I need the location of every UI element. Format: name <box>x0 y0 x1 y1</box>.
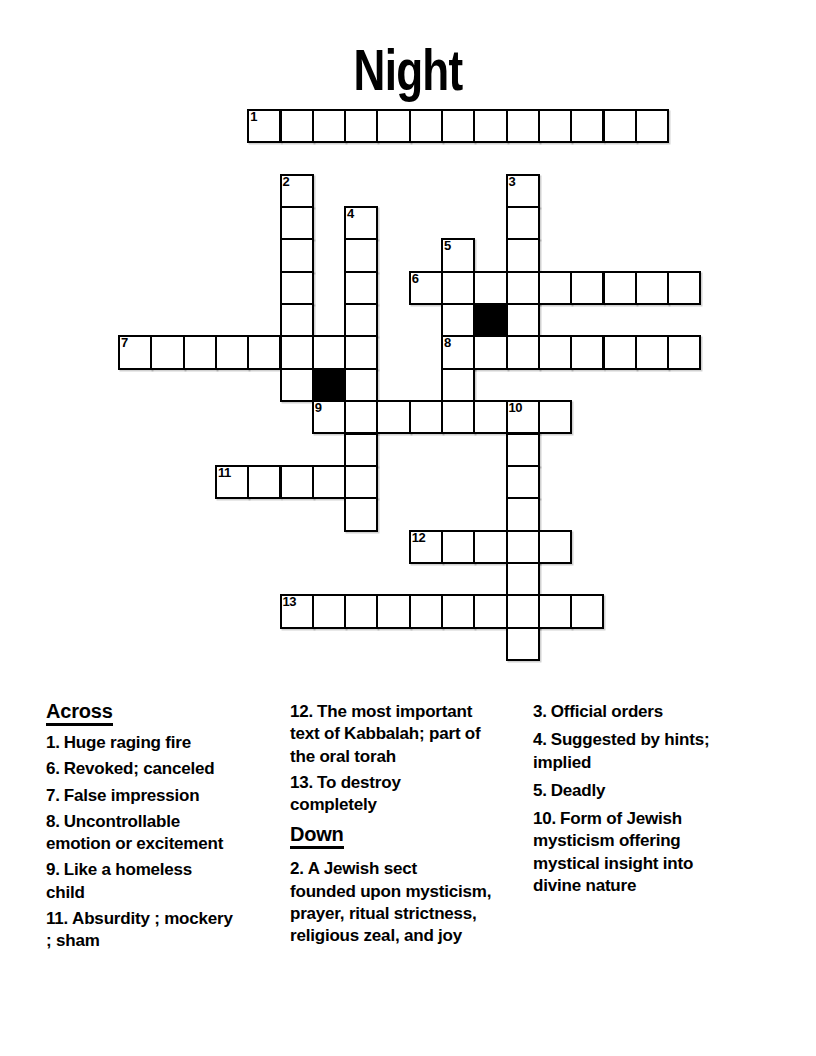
grid-cell[interactable] <box>635 335 669 369</box>
clue-across-9: 9.Like a homeless child <box>46 859 278 904</box>
grid-cell[interactable] <box>570 335 604 369</box>
grid-cell[interactable] <box>603 271 637 305</box>
grid-cell[interactable]: 6 <box>409 271 443 305</box>
clue-down-4: 4.Suggested by hints; implied <box>533 729 755 774</box>
grid-cell[interactable] <box>538 271 572 305</box>
grid-cell[interactable] <box>344 497 378 531</box>
across-heading: Across <box>46 701 113 726</box>
grid-cell[interactable] <box>667 271 701 305</box>
grid-cell[interactable]: 1 <box>247 109 281 143</box>
clue-number: 5. <box>533 781 551 800</box>
grid-cell[interactable] <box>344 109 378 143</box>
clue-text: False impression <box>64 786 200 805</box>
grid-cell[interactable] <box>280 303 314 337</box>
grid-cell[interactable] <box>441 109 475 143</box>
clue-text: Revoked; canceled <box>64 759 215 778</box>
cell-number: 6 <box>412 272 419 286</box>
cell-number: 2 <box>283 175 290 189</box>
grid-cell[interactable] <box>506 271 540 305</box>
grid-cell[interactable] <box>280 271 314 305</box>
grid-cell[interactable] <box>280 238 314 272</box>
grid-cell[interactable] <box>376 594 410 628</box>
grid-cell[interactable] <box>344 465 378 499</box>
clue-across-6: 6.Revoked; canceled <box>46 758 278 780</box>
grid-cell[interactable] <box>150 335 184 369</box>
grid-cell[interactable]: 7 <box>118 335 152 369</box>
clue-across-12: 12.The most important text of Kabbalah; … <box>290 701 536 768</box>
cell-number: 1 <box>250 110 257 124</box>
grid-cell[interactable] <box>280 465 314 499</box>
grid-cell[interactable] <box>247 465 281 499</box>
grid-cell[interactable] <box>409 400 443 434</box>
cell-number: 4 <box>347 207 354 221</box>
grid-cell[interactable] <box>344 400 378 434</box>
clue-number: 1. <box>46 733 64 752</box>
grid-cell[interactable] <box>441 400 475 434</box>
cell-number: 10 <box>509 401 522 415</box>
clue-text: Deadly <box>551 781 606 800</box>
grid-cell[interactable] <box>280 206 314 240</box>
cell-number: 13 <box>283 595 296 609</box>
grid-cell[interactable] <box>376 109 410 143</box>
grid-cell[interactable] <box>473 530 507 564</box>
grid-cell[interactable] <box>506 433 540 467</box>
grid-cell[interactable] <box>280 335 314 369</box>
grid-cell[interactable] <box>667 335 701 369</box>
grid-cell[interactable] <box>506 206 540 240</box>
grid-cell[interactable]: 13 <box>280 594 314 628</box>
grid-cell[interactable] <box>538 594 572 628</box>
clue-number: 13. <box>290 773 317 792</box>
grid-cell[interactable] <box>247 335 281 369</box>
grid-cell[interactable] <box>506 497 540 531</box>
clue-text: Like a homeless child <box>46 860 192 901</box>
grid-cell[interactable] <box>441 368 475 402</box>
clue-number: 8. <box>46 812 64 831</box>
grid-cell[interactable] <box>506 627 540 661</box>
grid-cell[interactable]: 3 <box>506 174 540 208</box>
grid-cell[interactable] <box>409 594 443 628</box>
puzzle-title: Night <box>98 41 718 99</box>
grid-cell[interactable] <box>635 109 669 143</box>
grid-cell[interactable] <box>506 562 540 596</box>
grid-cell[interactable]: 11 <box>215 465 249 499</box>
grid-cell[interactable] <box>344 238 378 272</box>
clue-text: Huge raging fire <box>64 733 191 752</box>
grid-cell[interactable]: 12 <box>409 530 443 564</box>
clue-text: Absurdity ; mockery ; sham <box>46 909 233 950</box>
clue-column-3: 3.Official orders 4.Suggested by hints; … <box>533 701 755 903</box>
grid-cell[interactable] <box>538 109 572 143</box>
grid-cell[interactable] <box>344 594 378 628</box>
grid-cell[interactable] <box>506 303 540 337</box>
grid-cell[interactable] <box>603 109 637 143</box>
clue-number: 9. <box>46 860 64 879</box>
clue-column-1: Across 1.Huge raging fire 6.Revoked; can… <box>46 701 278 957</box>
grid-cell[interactable] <box>441 303 475 337</box>
clue-down-2: 2.A Jewish sect founded upon mysticism, … <box>290 858 536 947</box>
grid-cell[interactable] <box>344 303 378 337</box>
grid-cell[interactable] <box>312 335 346 369</box>
grid-cell[interactable]: 10 <box>506 400 540 434</box>
clue-across-8: 8.Uncontrollable emotion or excitement <box>46 811 278 856</box>
grid-cell[interactable] <box>312 594 346 628</box>
grid-cell[interactable] <box>280 109 314 143</box>
cell-number: 7 <box>121 336 128 350</box>
grid-cell[interactable] <box>570 109 604 143</box>
grid-cell[interactable] <box>441 594 475 628</box>
grid-cell[interactable]: 5 <box>441 238 475 272</box>
grid-cell[interactable] <box>538 335 572 369</box>
grid-cell[interactable]: 4 <box>344 206 378 240</box>
clue-across-11: 11.Absurdity ; mockery ; sham <box>46 908 278 953</box>
grid-cell[interactable] <box>344 368 378 402</box>
grid-cell[interactable] <box>570 594 604 628</box>
clue-number: 4. <box>533 730 551 749</box>
cell-number: 5 <box>444 239 451 253</box>
grid-cell[interactable] <box>506 109 540 143</box>
grid-cell[interactable] <box>473 400 507 434</box>
clue-text: The most important text of Kabbalah; par… <box>290 702 481 766</box>
grid-cell[interactable] <box>280 368 314 402</box>
grid-cell[interactable] <box>215 335 249 369</box>
grid-cell[interactable] <box>312 465 346 499</box>
cell-number: 11 <box>218 466 231 480</box>
grid-cell[interactable]: 9 <box>312 400 346 434</box>
clue-down-10: 10.Form of Jewish mysticism offering mys… <box>533 808 755 897</box>
clue-across-13: 13.To destroy completely <box>290 772 536 817</box>
grid-cell[interactable] <box>473 109 507 143</box>
clue-text: Uncontrollable emotion or excitement <box>46 812 223 853</box>
clue-across-7: 7.False impression <box>46 785 278 807</box>
clue-number: 7. <box>46 786 64 805</box>
down-heading: Down <box>290 824 344 849</box>
clue-number: 2. <box>290 859 308 878</box>
grid-cell[interactable] <box>570 271 604 305</box>
grid-cell[interactable] <box>538 400 572 434</box>
cell-number: 9 <box>315 401 322 415</box>
grid-cell[interactable] <box>506 335 540 369</box>
clue-text: A Jewish sect founded upon mysticism, pr… <box>290 859 491 945</box>
clue-number: 3. <box>533 702 551 721</box>
clue-down-3: 3.Official orders <box>533 701 755 723</box>
cell-number: 12 <box>412 531 425 545</box>
grid-cell[interactable] <box>376 400 410 434</box>
grid-cell[interactable] <box>473 594 507 628</box>
grid-cell[interactable] <box>506 465 540 499</box>
grid-cell[interactable]: 2 <box>280 174 314 208</box>
cell-number: 8 <box>444 336 451 350</box>
grid-cell[interactable] <box>506 238 540 272</box>
clue-across-1: 1.Huge raging fire <box>46 732 278 754</box>
clue-number: 10. <box>533 809 560 828</box>
crossword-grid: 12345678910111213 <box>118 109 702 661</box>
grid-cell[interactable] <box>441 271 475 305</box>
worksheet-page: Night 12345678910111213 Across 1.Huge ra… <box>0 0 816 1056</box>
grid-cell[interactable] <box>183 335 217 369</box>
grid-cell[interactable] <box>441 530 475 564</box>
grid-cell[interactable] <box>506 530 540 564</box>
grid-cell[interactable] <box>344 335 378 369</box>
grid-cell[interactable] <box>635 271 669 305</box>
clue-column-2: 12.The most important text of Kabbalah; … <box>290 701 536 952</box>
grid-cell[interactable]: 8 <box>441 335 475 369</box>
grid-cell[interactable] <box>506 594 540 628</box>
clue-number: 11. <box>46 909 72 928</box>
cell-number: 3 <box>509 175 516 189</box>
grid-cell[interactable] <box>409 109 443 143</box>
grid-cell[interactable] <box>312 109 346 143</box>
clue-number: 12. <box>290 702 317 721</box>
grid-cell[interactable] <box>473 335 507 369</box>
clue-text: Suggested by hints; implied <box>533 730 709 771</box>
grid-cell[interactable] <box>603 335 637 369</box>
grid-cell[interactable] <box>344 271 378 305</box>
grid-cell[interactable] <box>538 530 572 564</box>
blocked-cell <box>473 303 507 337</box>
clue-number: 6. <box>46 759 64 778</box>
grid-cell[interactable] <box>344 433 378 467</box>
clue-text: Official orders <box>551 702 663 721</box>
blocked-cell <box>312 368 346 402</box>
clue-down-5: 5.Deadly <box>533 780 755 802</box>
grid-cell[interactable] <box>473 271 507 305</box>
